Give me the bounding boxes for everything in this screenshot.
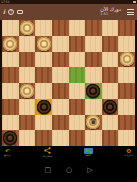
square-r5c7[interactable] [118, 99, 135, 115]
square-r0c4[interactable] [69, 20, 86, 36]
square-r7c4[interactable] [69, 130, 86, 146]
square-r2c2[interactable] [35, 52, 52, 68]
square-r2c3[interactable] [52, 52, 69, 68]
square-r6c7[interactable] [118, 115, 135, 131]
share-button[interactable]: مشاركة [42, 147, 52, 159]
square-r7c2[interactable] [35, 130, 52, 146]
square-r5c5[interactable] [85, 99, 102, 115]
square-r3c6[interactable] [102, 67, 119, 83]
cream-man[interactable] [120, 52, 134, 66]
square-r7c0[interactable] [2, 130, 19, 146]
square-r7c7[interactable] [118, 130, 135, 146]
square-r1c2[interactable] [35, 36, 52, 52]
square-r0c5[interactable] [85, 20, 102, 36]
square-r6c3[interactable] [52, 115, 69, 131]
board-frame: ♛ [0, 20, 137, 146]
square-r7c1[interactable] [19, 130, 36, 146]
language-flag-icon [84, 148, 93, 154]
turn-timer: 1:51 [100, 13, 108, 17]
crown-icon: ♛ [90, 118, 97, 126]
square-r7c3[interactable] [52, 130, 69, 146]
square-r3c3[interactable] [52, 67, 69, 83]
square-r2c4[interactable] [69, 52, 86, 68]
square-r6c0[interactable] [2, 115, 19, 131]
square-r6c1[interactable] [19, 115, 36, 131]
app-bar: i ? دورك الآن 1:51 [0, 4, 137, 20]
square-r2c7[interactable] [118, 52, 135, 68]
back-button[interactable]: ▷ [87, 167, 92, 174]
hamburger-menu-icon[interactable] [127, 9, 134, 15]
home-button[interactable]: ○ [66, 167, 72, 174]
square-r4c2[interactable] [35, 83, 52, 99]
square-r3c7[interactable] [118, 67, 135, 83]
square-r0c7[interactable] [118, 20, 135, 36]
square-r5c4[interactable] [69, 99, 86, 115]
phone-screen: 17:51 i ? دورك الآن 1:51 ♛ ↶ تراجع [0, 0, 137, 182]
bottom-toolbar: ↶ تراجع مشاركة اللغة ⚙ خيارات [0, 146, 137, 159]
square-r0c1[interactable] [19, 20, 36, 36]
square-r3c1[interactable] [19, 67, 36, 83]
square-r6c5[interactable]: ♛ [85, 115, 102, 131]
square-r4c6[interactable] [102, 83, 119, 99]
square-r4c7[interactable] [118, 83, 135, 99]
dark-man[interactable] [3, 131, 17, 145]
square-r4c5[interactable] [85, 83, 102, 99]
dark-man[interactable] [86, 84, 100, 98]
square-r5c1[interactable] [19, 99, 36, 115]
square-r4c1[interactable] [19, 83, 36, 99]
dark-man[interactable] [37, 100, 51, 114]
cream-man[interactable] [20, 84, 34, 98]
square-r4c0[interactable] [2, 83, 19, 99]
cream-man[interactable] [37, 37, 51, 51]
square-r3c0[interactable] [2, 67, 19, 83]
battery-icon [133, 1, 136, 3]
square-r5c2[interactable] [35, 99, 52, 115]
square-r7c6[interactable] [102, 130, 119, 146]
square-r4c3[interactable] [52, 83, 69, 99]
square-r5c3[interactable] [52, 99, 69, 115]
square-r5c6[interactable] [102, 99, 119, 115]
square-r0c2[interactable] [35, 20, 52, 36]
checkers-board[interactable]: ♛ [2, 20, 135, 146]
square-r1c5[interactable] [85, 36, 102, 52]
square-r2c6[interactable] [102, 52, 119, 68]
language-button[interactable]: اللغة [84, 148, 93, 158]
square-r1c3[interactable] [52, 36, 69, 52]
undo-button[interactable]: ↶ تراجع [4, 148, 11, 158]
square-r6c4[interactable] [69, 115, 86, 131]
dark-man[interactable] [103, 100, 117, 114]
cream-man[interactable] [20, 21, 34, 35]
android-nav-bar: □ ○ ▷ [0, 159, 137, 182]
square-r3c4[interactable] [69, 67, 86, 83]
hint-icon[interactable] [17, 10, 23, 14]
square-r1c6[interactable] [102, 36, 119, 52]
square-r0c3[interactable] [52, 20, 69, 36]
square-r0c0[interactable] [2, 20, 19, 36]
help-icon[interactable]: ? [8, 9, 14, 15]
cream-king[interactable]: ♛ [86, 115, 100, 129]
square-r0c6[interactable] [102, 20, 119, 36]
recents-button[interactable]: □ [44, 167, 51, 174]
square-r1c4[interactable] [69, 36, 86, 52]
square-r2c0[interactable] [2, 52, 19, 68]
square-r6c2[interactable] [35, 115, 52, 131]
cream-man[interactable] [3, 37, 17, 51]
square-r3c2[interactable] [35, 67, 52, 83]
square-r6c6[interactable] [102, 115, 119, 131]
info-icon[interactable]: i [3, 9, 5, 15]
square-r1c7[interactable] [118, 36, 135, 52]
square-r2c5[interactable] [85, 52, 102, 68]
turn-indicator: دورك الآن 1:51 [100, 7, 121, 17]
settings-button[interactable]: ⚙ خيارات [124, 148, 133, 158]
square-r4c4[interactable] [69, 83, 86, 99]
square-r3c5[interactable] [85, 67, 102, 83]
square-r7c5[interactable] [85, 130, 102, 146]
square-r1c1[interactable] [19, 36, 36, 52]
square-r2c1[interactable] [19, 52, 36, 68]
square-r5c0[interactable] [2, 99, 19, 115]
square-r1c0[interactable] [2, 36, 19, 52]
status-time: 17:51 [1, 1, 10, 4]
